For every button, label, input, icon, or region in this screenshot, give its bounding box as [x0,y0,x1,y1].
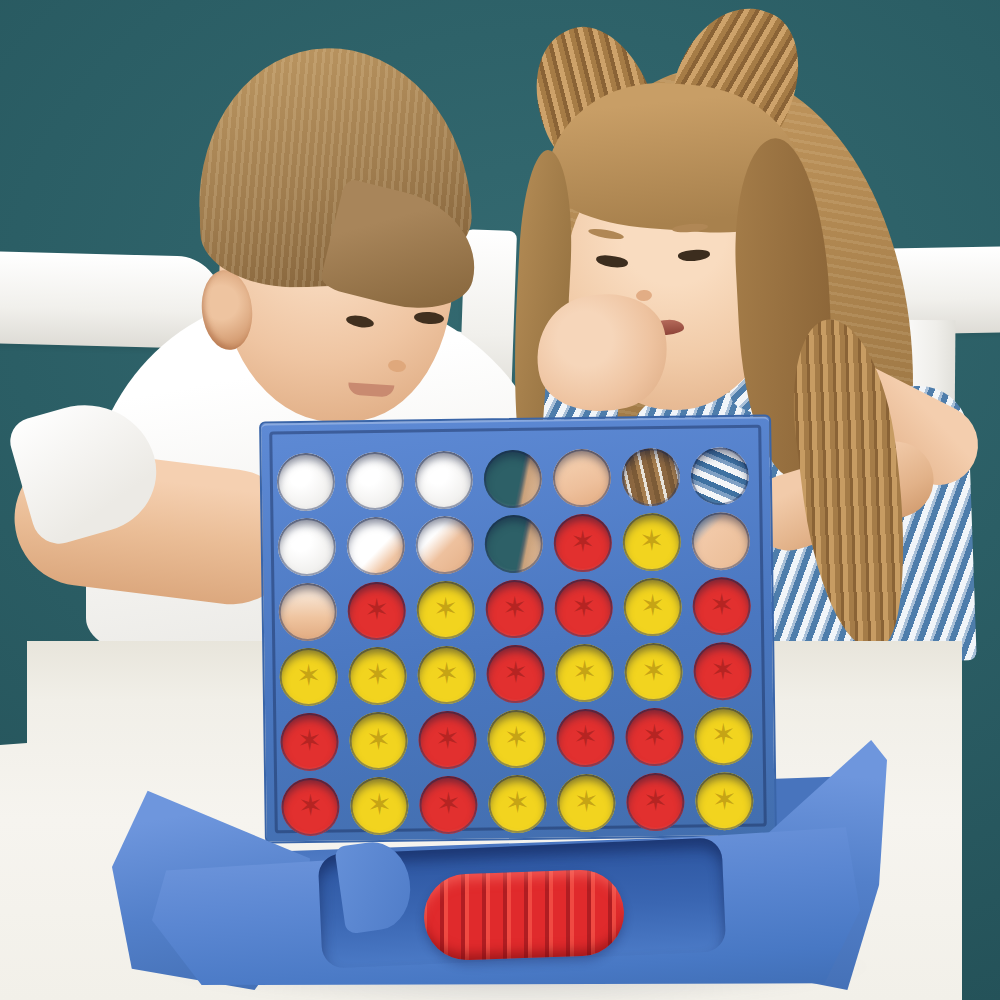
cell-r6c2[interactable]: ●✶ [350,777,409,836]
cell-r2c5[interactable]: ●✶ [553,514,612,573]
cell-r3c7[interactable]: ●✶ [692,577,751,636]
cell-r4c7[interactable]: ●✶ [693,642,752,701]
cell-r2c7[interactable] [691,512,750,571]
cell-r2c1[interactable] [277,518,336,577]
disc-yellow: ● [624,643,683,702]
cell-r5c2[interactable]: ●✶ [349,712,408,771]
cell-r6c5[interactable]: ●✶ [557,774,616,833]
disc-yellow: ● [623,578,682,637]
disc-yellow: ● [695,772,754,831]
cell-r3c4[interactable]: ●✶ [485,580,544,639]
cell-r6c3[interactable]: ●✶ [419,776,478,835]
disc-red: ● [556,709,615,768]
disc-red: ● [692,577,751,636]
cell-r4c4[interactable]: ●✶ [486,645,545,704]
disc-yellow: ● [488,775,547,834]
cell-r1c6[interactable] [621,448,680,507]
cell-r2c3[interactable] [415,516,474,575]
disc-red: ● [418,711,477,770]
cell-r4c3[interactable]: ●✶ [417,646,476,705]
disc-yellow: ● [487,710,546,769]
disc-red: ● [419,776,478,835]
cell-r1c3[interactable] [415,451,474,510]
cell-r2c6[interactable]: ●✶ [622,513,681,572]
cell-r3c1[interactable] [278,583,337,642]
cell-r5c5[interactable]: ●✶ [556,709,615,768]
scene: ●✶●✶●✶●✶●✶●✶●✶●✶●✶●✶●✶●✶●✶●✶●✶●✶●✶●✶●✶●✶… [0,0,1000,1000]
disc-yellow: ● [555,644,614,703]
cell-r3c3[interactable]: ●✶ [416,581,475,640]
cell-r5c1[interactable]: ●✶ [280,713,339,772]
disc-red: ● [281,778,340,837]
cell-r1c5[interactable] [552,449,611,508]
red-disc-roll [423,869,626,962]
cell-r6c7[interactable]: ●✶ [695,772,754,831]
disc-yellow: ● [279,648,338,707]
cell-r2c2[interactable] [346,517,405,576]
cell-r5c3[interactable]: ●✶ [418,711,477,770]
disc-yellow: ● [348,647,407,706]
cell-r5c7[interactable]: ●✶ [694,707,753,766]
cell-r1c1[interactable] [277,453,336,512]
board-grid: ●✶●✶●✶●✶●✶●✶●✶●✶●✶●✶●✶●✶●✶●✶●✶●✶●✶●✶●✶●✶… [277,447,754,837]
disc-yellow: ● [350,777,409,836]
cell-r4c2[interactable]: ●✶ [348,647,407,706]
cell-r1c2[interactable] [346,452,405,511]
disc-yellow: ● [349,712,408,771]
cell-r6c1[interactable]: ●✶ [281,778,340,837]
disc-yellow: ● [557,774,616,833]
disc-red: ● [626,773,685,832]
cell-r6c4[interactable]: ●✶ [488,775,547,834]
disc-yellow: ● [417,646,476,705]
cell-r3c2[interactable]: ●✶ [347,582,406,641]
cell-r5c6[interactable]: ●✶ [625,708,684,767]
cell-r1c4[interactable] [484,450,543,509]
cell-r3c5[interactable]: ●✶ [554,579,613,638]
disc-red: ● [554,579,613,638]
cell-r1c7[interactable] [690,447,749,506]
cell-r6c6[interactable]: ●✶ [626,773,685,832]
cell-r4c6[interactable]: ●✶ [624,643,683,702]
disc-red: ● [280,713,339,772]
disc-red: ● [625,708,684,767]
disc-yellow: ● [622,513,681,572]
disc-red: ● [486,645,545,704]
disc-red: ● [347,582,406,641]
connect-four-board: ●✶●✶●✶●✶●✶●✶●✶●✶●✶●✶●✶●✶●✶●✶●✶●✶●✶●✶●✶●✶… [259,414,777,843]
disc-red: ● [693,642,752,701]
cell-r4c5[interactable]: ●✶ [555,644,614,703]
disc-yellow: ● [416,581,475,640]
disc-red: ● [485,580,544,639]
cell-r2c4[interactable] [484,515,543,574]
cell-r4c1[interactable]: ●✶ [279,648,338,707]
cell-r5c4[interactable]: ●✶ [487,710,546,769]
disc-yellow: ● [694,707,753,766]
disc-red: ● [553,514,612,573]
cell-r3c6[interactable]: ●✶ [623,578,682,637]
